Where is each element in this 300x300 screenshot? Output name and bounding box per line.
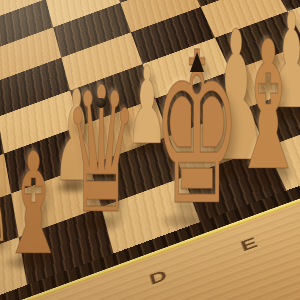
photo-stage: CDE ♟♟♟♝♟♞♚♛♝ <box>0 0 300 300</box>
bishop-glyph: ♝ <box>0 134 67 275</box>
queen-glyph: ♛ <box>64 64 138 238</box>
piece-layer: ♟♟♟♝♟♞♚♛♝ <box>0 0 300 300</box>
king-cone-finial <box>190 52 204 72</box>
